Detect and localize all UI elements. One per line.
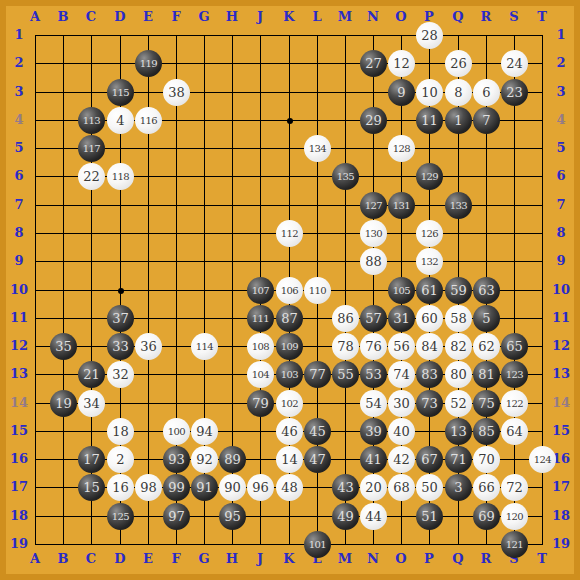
stone-K13-move-103: 103: [276, 361, 303, 388]
stone-D17-move-16: 16: [107, 474, 134, 501]
row-label-left-1: 1: [5, 28, 33, 42]
stone-Q4-move-1: 1: [445, 107, 472, 134]
stone-E2-move-119: 119: [135, 50, 162, 77]
row-label-left-14: 14: [5, 396, 33, 410]
stone-D6-move-118: 118: [107, 163, 134, 190]
col-label-top-J: J: [246, 10, 274, 24]
stone-S3-move-23: 23: [501, 79, 528, 106]
row-label-right-11: 11: [547, 311, 575, 325]
stone-O3-move-9: 9: [388, 79, 415, 106]
stone-M6-move-135: 135: [332, 163, 359, 190]
stone-R11-move-5: 5: [473, 305, 500, 332]
row-label-right-1: 1: [547, 28, 575, 42]
stone-O7-move-131: 131: [388, 192, 415, 219]
stone-L16-move-47: 47: [304, 446, 331, 473]
stone-K16-move-14: 14: [276, 446, 303, 473]
col-label-bottom-B: B: [49, 552, 77, 566]
row-label-left-6: 6: [5, 169, 33, 183]
stone-R15-move-85: 85: [473, 418, 500, 445]
stone-G15-move-94: 94: [191, 418, 218, 445]
col-label-bottom-E: E: [134, 552, 162, 566]
stone-J13-move-104: 104: [247, 361, 274, 388]
stone-C16-move-17: 17: [78, 446, 105, 473]
go-board-screenshot: AABBCCDDEEFFGGHHJJKKLLMMNNOOPPQQRRSSTT11…: [0, 0, 580, 580]
row-label-right-8: 8: [547, 226, 575, 240]
stone-Q15-move-13: 13: [445, 418, 472, 445]
row-label-right-17: 17: [547, 480, 575, 494]
stone-O14-move-30: 30: [388, 390, 415, 417]
row-label-right-5: 5: [547, 141, 575, 155]
stone-K15-move-46: 46: [276, 418, 303, 445]
stone-H17-move-90: 90: [219, 474, 246, 501]
row-label-right-6: 6: [547, 169, 575, 183]
stone-O5-move-128: 128: [388, 135, 415, 162]
row-label-left-18: 18: [5, 509, 33, 523]
stone-Q7-move-133: 133: [445, 192, 472, 219]
col-label-bottom-J: J: [246, 552, 274, 566]
stone-S12-move-65: 65: [501, 333, 528, 360]
stone-P14-move-73: 73: [416, 390, 443, 417]
col-label-bottom-K: K: [275, 552, 303, 566]
stone-P16-move-67: 67: [416, 446, 443, 473]
stone-P9-move-132: 132: [416, 248, 443, 275]
stone-Q11-move-58: 58: [445, 305, 472, 332]
col-label-top-G: G: [190, 10, 218, 24]
stone-L13-move-77: 77: [304, 361, 331, 388]
stone-L19-move-101: 101: [304, 531, 331, 558]
stone-R14-move-75: 75: [473, 390, 500, 417]
col-label-bottom-N: N: [359, 552, 387, 566]
stone-P13-move-83: 83: [416, 361, 443, 388]
row-label-right-15: 15: [547, 424, 575, 438]
col-label-top-D: D: [106, 10, 134, 24]
stone-N13-move-53: 53: [360, 361, 387, 388]
col-label-bottom-C: C: [77, 552, 105, 566]
stone-S13-move-123: 123: [501, 361, 528, 388]
stone-D18-move-125: 125: [107, 503, 134, 530]
row-label-left-11: 11: [5, 311, 33, 325]
stone-E17-move-98: 98: [135, 474, 162, 501]
stone-C14-move-34: 34: [78, 390, 105, 417]
stone-S15-move-64: 64: [501, 418, 528, 445]
stone-S14-move-122: 122: [501, 390, 528, 417]
stone-N12-move-76: 76: [360, 333, 387, 360]
row-label-left-4: 4: [5, 113, 33, 127]
stone-G17-move-91: 91: [191, 474, 218, 501]
col-label-bottom-D: D: [106, 552, 134, 566]
stone-N4-move-29: 29: [360, 107, 387, 134]
stone-R4-move-7: 7: [473, 107, 500, 134]
stone-M18-move-49: 49: [332, 503, 359, 530]
stone-O15-move-40: 40: [388, 418, 415, 445]
grid-line-h-19: [35, 544, 543, 545]
stone-L5-move-134: 134: [304, 135, 331, 162]
stone-K12-move-109: 109: [276, 333, 303, 360]
row-label-left-5: 5: [5, 141, 33, 155]
stone-D3-move-115: 115: [107, 79, 134, 106]
stone-K8-move-112: 112: [276, 220, 303, 247]
col-label-top-C: C: [77, 10, 105, 24]
stone-F3-move-38: 38: [163, 79, 190, 106]
stone-N9-move-88: 88: [360, 248, 387, 275]
stone-F16-move-93: 93: [163, 446, 190, 473]
stone-L10-move-110: 110: [304, 277, 331, 304]
col-label-top-R: R: [472, 10, 500, 24]
row-label-left-3: 3: [5, 85, 33, 99]
stone-J17-move-96: 96: [247, 474, 274, 501]
stone-D11-move-37: 37: [107, 305, 134, 332]
stone-G16-move-92: 92: [191, 446, 218, 473]
col-label-top-H: H: [218, 10, 246, 24]
stone-C5-move-117: 117: [78, 135, 105, 162]
stone-M11-move-86: 86: [332, 305, 359, 332]
stone-C17-move-15: 15: [78, 474, 105, 501]
stone-F15-move-100: 100: [163, 418, 190, 445]
stone-M13-move-55: 55: [332, 361, 359, 388]
stone-O10-move-105: 105: [388, 277, 415, 304]
col-label-bottom-F: F: [162, 552, 190, 566]
row-label-right-9: 9: [547, 254, 575, 268]
stone-K14-move-102: 102: [276, 390, 303, 417]
col-label-bottom-G: G: [190, 552, 218, 566]
grid-line-v-S: [514, 35, 515, 545]
stone-N2-move-27: 27: [360, 50, 387, 77]
stone-H18-move-95: 95: [219, 503, 246, 530]
stone-D4-move-4: 4: [107, 107, 134, 134]
stone-Q13-move-80: 80: [445, 361, 472, 388]
stone-O2-move-12: 12: [388, 50, 415, 77]
col-label-bottom-P: P: [415, 552, 443, 566]
stone-M17-move-43: 43: [332, 474, 359, 501]
row-label-left-15: 15: [5, 424, 33, 438]
col-label-top-A: A: [21, 10, 49, 24]
stone-Q3-move-8: 8: [445, 79, 472, 106]
col-label-bottom-T: T: [528, 552, 556, 566]
stone-O13-move-74: 74: [388, 361, 415, 388]
stone-P3-move-10: 10: [416, 79, 443, 106]
stone-N11-move-57: 57: [360, 305, 387, 332]
row-label-left-9: 9: [5, 254, 33, 268]
stone-P17-move-50: 50: [416, 474, 443, 501]
stone-S2-move-24: 24: [501, 50, 528, 77]
stone-S18-move-120: 120: [501, 503, 528, 530]
row-label-right-3: 3: [547, 85, 575, 99]
col-label-top-B: B: [49, 10, 77, 24]
row-label-left-17: 17: [5, 480, 33, 494]
stone-R16-move-70: 70: [473, 446, 500, 473]
star-point-D10: [118, 288, 124, 294]
stone-Q12-move-82: 82: [445, 333, 472, 360]
col-label-top-N: N: [359, 10, 387, 24]
stone-C6-move-22: 22: [78, 163, 105, 190]
row-label-right-7: 7: [547, 198, 575, 212]
col-label-top-F: F: [162, 10, 190, 24]
stone-R18-move-69: 69: [473, 503, 500, 530]
star-point-K4: [287, 118, 293, 124]
stone-J12-move-108: 108: [247, 333, 274, 360]
row-label-left-10: 10: [5, 283, 33, 297]
row-label-left-2: 2: [5, 56, 33, 70]
stone-C13-move-21: 21: [78, 361, 105, 388]
stone-P11-move-60: 60: [416, 305, 443, 332]
stone-P8-move-126: 126: [416, 220, 443, 247]
stone-K11-move-87: 87: [276, 305, 303, 332]
row-label-right-10: 10: [547, 283, 575, 297]
stone-R13-move-81: 81: [473, 361, 500, 388]
stone-N8-move-130: 130: [360, 220, 387, 247]
stone-J10-move-107: 107: [247, 277, 274, 304]
stone-B14-move-19: 19: [50, 390, 77, 417]
stone-N15-move-39: 39: [360, 418, 387, 445]
row-label-right-2: 2: [547, 56, 575, 70]
stone-K17-move-48: 48: [276, 474, 303, 501]
stone-L15-move-45: 45: [304, 418, 331, 445]
stone-Q14-move-52: 52: [445, 390, 472, 417]
row-label-left-8: 8: [5, 226, 33, 240]
row-label-left-7: 7: [5, 198, 33, 212]
col-label-bottom-Q: Q: [444, 552, 472, 566]
stone-J14-move-79: 79: [247, 390, 274, 417]
stone-E12-move-36: 36: [135, 333, 162, 360]
col-label-bottom-A: A: [21, 552, 49, 566]
stone-J11-move-111: 111: [247, 305, 274, 332]
col-label-top-K: K: [275, 10, 303, 24]
stone-D15-move-18: 18: [107, 418, 134, 445]
stone-D12-move-33: 33: [107, 333, 134, 360]
row-label-left-16: 16: [5, 452, 33, 466]
stone-N14-move-54: 54: [360, 390, 387, 417]
row-label-right-18: 18: [547, 509, 575, 523]
stone-F17-move-99: 99: [163, 474, 190, 501]
stone-D16-move-2: 2: [107, 446, 134, 473]
stone-P1-move-28: 28: [416, 22, 443, 49]
stone-P10-move-61: 61: [416, 277, 443, 304]
stone-R10-move-63: 63: [473, 277, 500, 304]
col-label-top-Q: Q: [444, 10, 472, 24]
row-label-right-14: 14: [547, 396, 575, 410]
stone-S19-move-121: 121: [501, 531, 528, 558]
row-label-right-13: 13: [547, 367, 575, 381]
row-label-right-19: 19: [547, 537, 575, 551]
col-label-top-O: O: [387, 10, 415, 24]
stone-T16-move-124: 124: [529, 446, 556, 473]
stone-K10-move-106: 106: [276, 277, 303, 304]
stone-O17-move-68: 68: [388, 474, 415, 501]
stone-N17-move-20: 20: [360, 474, 387, 501]
stone-D13-move-32: 32: [107, 361, 134, 388]
row-label-right-4: 4: [547, 113, 575, 127]
col-label-bottom-R: R: [472, 552, 500, 566]
col-label-bottom-O: O: [387, 552, 415, 566]
stone-N7-move-127: 127: [360, 192, 387, 219]
stone-O12-move-56: 56: [388, 333, 415, 360]
stone-H16-move-89: 89: [219, 446, 246, 473]
stone-P18-move-51: 51: [416, 503, 443, 530]
stone-R3-move-6: 6: [473, 79, 500, 106]
stone-O16-move-42: 42: [388, 446, 415, 473]
stone-Q17-move-3: 3: [445, 474, 472, 501]
col-label-top-S: S: [500, 10, 528, 24]
stone-N18-move-44: 44: [360, 503, 387, 530]
stone-R17-move-66: 66: [473, 474, 500, 501]
col-label-top-T: T: [528, 10, 556, 24]
stone-R12-move-62: 62: [473, 333, 500, 360]
row-label-left-19: 19: [5, 537, 33, 551]
stone-P6-move-129: 129: [416, 163, 443, 190]
grid-line-v-M: [345, 35, 346, 545]
stone-Q10-move-59: 59: [445, 277, 472, 304]
col-label-bottom-H: H: [218, 552, 246, 566]
row-label-left-13: 13: [5, 367, 33, 381]
stone-O11-move-31: 31: [388, 305, 415, 332]
col-label-top-M: M: [331, 10, 359, 24]
row-label-left-12: 12: [5, 339, 33, 353]
stone-Q2-move-26: 26: [445, 50, 472, 77]
col-label-top-L: L: [303, 10, 331, 24]
stone-C4-move-113: 113: [78, 107, 105, 134]
stone-S17-move-72: 72: [501, 474, 528, 501]
stone-E4-move-116: 116: [135, 107, 162, 134]
col-label-bottom-M: M: [331, 552, 359, 566]
stone-G12-move-114: 114: [191, 333, 218, 360]
stone-Q16-move-71: 71: [445, 446, 472, 473]
stone-B12-move-35: 35: [50, 333, 77, 360]
col-label-top-E: E: [134, 10, 162, 24]
stone-P12-move-84: 84: [416, 333, 443, 360]
stone-N16-move-41: 41: [360, 446, 387, 473]
stone-F18-move-97: 97: [163, 503, 190, 530]
stone-P4-move-11: 11: [416, 107, 443, 134]
stone-M12-move-78: 78: [332, 333, 359, 360]
row-label-right-12: 12: [547, 339, 575, 353]
